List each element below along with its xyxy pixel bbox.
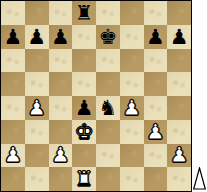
- square-f6[interactable]: [120, 49, 144, 73]
- square-e2[interactable]: [96, 144, 120, 168]
- chess-app-window: ♜♟♟♟♚♟♟♟♟♞♟♚♟♟♟♟♜: [0, 0, 207, 192]
- square-g4[interactable]: [144, 96, 168, 120]
- piece-black-pawn-b7[interactable]: ♟: [27, 25, 46, 49]
- piece-white-pawn-c2[interactable]: ♟: [51, 144, 70, 168]
- square-g1[interactable]: [144, 167, 168, 191]
- piece-black-rook-d8[interactable]: ♜: [75, 1, 94, 25]
- square-a6[interactable]: [1, 49, 25, 73]
- square-e3[interactable]: [96, 120, 120, 144]
- piece-black-pawn-g7[interactable]: ♟: [146, 25, 165, 49]
- piece-white-pawn-f4[interactable]: ♟: [122, 96, 141, 120]
- square-c7[interactable]: ♟: [49, 25, 73, 49]
- square-b2[interactable]: [25, 144, 49, 168]
- square-e8[interactable]: [96, 1, 120, 25]
- square-b7[interactable]: ♟: [25, 25, 49, 49]
- square-g7[interactable]: ♟: [144, 25, 168, 49]
- square-d5[interactable]: [72, 72, 96, 96]
- square-a1[interactable]: [1, 167, 25, 191]
- square-c8[interactable]: [49, 1, 73, 25]
- square-g3[interactable]: ♟: [144, 120, 168, 144]
- square-c6[interactable]: [49, 49, 73, 73]
- square-e6[interactable]: [96, 49, 120, 73]
- square-g8[interactable]: [144, 1, 168, 25]
- square-b5[interactable]: [25, 72, 49, 96]
- square-c2[interactable]: ♟: [49, 144, 73, 168]
- piece-white-pawn-a2[interactable]: ♟: [3, 144, 22, 168]
- side-panel: [192, 0, 207, 192]
- square-c5[interactable]: [49, 72, 73, 96]
- square-h4[interactable]: [167, 96, 191, 120]
- square-h7[interactable]: ♟: [167, 25, 191, 49]
- piece-white-king-d3[interactable]: ♚: [75, 120, 94, 144]
- square-a8[interactable]: [1, 1, 25, 25]
- square-e4[interactable]: ♞: [96, 96, 120, 120]
- square-d3[interactable]: ♚: [72, 120, 96, 144]
- square-b1[interactable]: [25, 167, 49, 191]
- square-d2[interactable]: [72, 144, 96, 168]
- square-c1[interactable]: [49, 167, 73, 191]
- piece-black-pawn-h7[interactable]: ♟: [170, 25, 189, 49]
- square-h1[interactable]: [167, 167, 191, 191]
- square-h5[interactable]: [167, 72, 191, 96]
- square-f2[interactable]: [120, 144, 144, 168]
- square-d6[interactable]: [72, 49, 96, 73]
- piece-black-pawn-c7[interactable]: ♟: [51, 25, 70, 49]
- piece-white-pawn-h2[interactable]: ♟: [170, 144, 189, 168]
- piece-white-rook-d1[interactable]: ♜: [75, 167, 94, 191]
- square-e5[interactable]: [96, 72, 120, 96]
- square-g5[interactable]: [144, 72, 168, 96]
- white-to-move-indicator: [193, 167, 206, 190]
- square-e1[interactable]: [96, 167, 120, 191]
- square-e7[interactable]: ♚: [96, 25, 120, 49]
- square-h8[interactable]: [167, 1, 191, 25]
- square-b8[interactable]: [25, 1, 49, 25]
- square-h6[interactable]: [167, 49, 191, 73]
- square-b6[interactable]: [25, 49, 49, 73]
- square-h2[interactable]: ♟: [167, 144, 191, 168]
- square-a3[interactable]: [1, 120, 25, 144]
- square-d8[interactable]: ♜: [72, 1, 96, 25]
- square-g2[interactable]: [144, 144, 168, 168]
- piece-black-knight-e4[interactable]: ♞: [98, 96, 117, 120]
- square-b3[interactable]: [25, 120, 49, 144]
- square-b4[interactable]: ♟: [25, 96, 49, 120]
- square-h3[interactable]: [167, 120, 191, 144]
- square-d4[interactable]: ♟: [72, 96, 96, 120]
- piece-white-pawn-b4[interactable]: ♟: [27, 96, 46, 120]
- square-f8[interactable]: [120, 1, 144, 25]
- square-f1[interactable]: [120, 167, 144, 191]
- square-f4[interactable]: ♟: [120, 96, 144, 120]
- piece-black-pawn-d4[interactable]: ♟: [75, 96, 94, 120]
- chess-board[interactable]: ♜♟♟♟♚♟♟♟♟♞♟♚♟♟♟♟♜: [0, 0, 192, 192]
- square-f3[interactable]: [120, 120, 144, 144]
- square-a2[interactable]: ♟: [1, 144, 25, 168]
- square-a4[interactable]: [1, 96, 25, 120]
- square-f5[interactable]: [120, 72, 144, 96]
- square-f7[interactable]: [120, 25, 144, 49]
- square-c4[interactable]: [49, 96, 73, 120]
- square-a5[interactable]: [1, 72, 25, 96]
- square-a7[interactable]: ♟: [1, 25, 25, 49]
- square-g6[interactable]: [144, 49, 168, 73]
- square-c3[interactable]: [49, 120, 73, 144]
- piece-white-pawn-g3[interactable]: ♟: [146, 120, 165, 144]
- piece-black-pawn-a7[interactable]: ♟: [3, 25, 22, 49]
- piece-black-king-e7[interactable]: ♚: [98, 25, 117, 49]
- square-d7[interactable]: [72, 25, 96, 49]
- square-d1[interactable]: ♜: [72, 167, 96, 191]
